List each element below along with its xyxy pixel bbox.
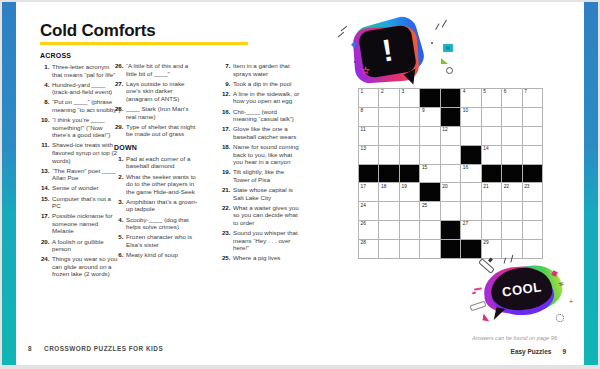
grid-cell-black [502,165,521,183]
clue-text: Glove like the one a baseball catcher we… [233,125,301,140]
grid-cell[interactable] [441,165,460,183]
clue-text: Type of shelter that might be made out o… [126,123,200,138]
grid-cell-black [441,89,460,107]
clue-number: 5. [114,233,124,248]
clue-text: Scooby-____ (dog that helps solve crimes… [126,216,200,231]
grid-cell[interactable]: 7 [523,89,542,107]
clue-number: 9. [221,80,231,88]
clue-item: 25.Where a pig lives [221,254,301,262]
dash-icon [474,287,482,290]
clue-item: 19.Tilt slightly, like the Tower of Pisa [221,168,301,183]
grid-cell[interactable] [502,146,521,164]
clue-list-heading: DOWN [114,144,200,151]
grid-cell[interactable] [379,221,398,239]
triangle-icon [482,313,490,321]
grid-cell[interactable] [523,202,542,220]
grid-cell[interactable] [482,221,501,239]
sparkle-line-icon [510,255,513,263]
grid-cell[interactable]: 2 [379,89,398,107]
clue-text: What a waiter gives you so you can decid… [233,204,301,227]
grid-cell-black [420,183,439,201]
clue-text: Sense of wonder [52,184,98,192]
clue-item: 10.“I think you’re ____ something!” (“No… [40,116,121,139]
grid-cell-black [482,165,501,183]
page-number-left: 8 [28,345,32,352]
cool-text: COOL [501,279,542,299]
grid-cell[interactable] [482,127,501,145]
grid-cell[interactable] [523,108,542,126]
grid-cell[interactable] [379,202,398,220]
clue-text: Where a pig lives [233,254,280,262]
grid-cell[interactable] [523,146,542,164]
triangle-icon [441,58,448,64]
grid-cell[interactable]: 1 [359,89,378,107]
grid-cell-black [379,165,398,183]
clue-item: 22.What a waiter gives you so you can de… [221,204,301,227]
grid-cell-black [461,146,480,164]
clue-number: 16. [221,108,231,123]
answers-note: Answers can be found on page 96 [472,335,557,341]
clue-item: 13.“The Raven” poet ____ Allan Poe [40,167,121,182]
grid-cell[interactable]: 3 [400,89,419,107]
clue-item: 16.Chit-____ (word meaning “casual talk”… [221,108,301,123]
envelope-icon: M [443,44,453,52]
grid-cell[interactable] [379,127,398,145]
grid-cell[interactable] [379,240,398,258]
grid-cell[interactable] [523,221,542,239]
clue-number: 11. [40,141,50,164]
book-title: CROSSWORD PUZZLES FOR KIDS [44,345,163,352]
footer-right: Easy Puzzles9 [511,348,566,355]
clue-text: Computer that’s not a PC [52,195,121,210]
clue-number: 7. [221,62,231,77]
sparkle-line-icon [340,26,347,32]
clue-number: 17. [221,125,231,140]
grid-cell[interactable]: 25 [420,202,439,220]
clue-item: 4.Hundred-yard ____ (track-and-field eve… [40,81,121,96]
grid-cell[interactable]: 19 [400,183,419,201]
grid-cell[interactable]: 13 [359,146,378,164]
grid-cell[interactable] [461,183,480,201]
clue-text: Name for sound coming back to you, like … [233,143,301,166]
clue-item: 2.What the seeker wants to do to the oth… [114,173,200,196]
grid-cell[interactable]: 14 [482,146,501,164]
grid-cell[interactable] [502,127,521,145]
clue-text: Sound you whisper that means “Hey . . . … [233,229,301,252]
grid-cell[interactable] [482,108,501,126]
dash-icon [472,292,476,294]
grid-cell[interactable]: 28 [359,240,378,258]
clue-item: 14.Sense of wonder [40,184,121,192]
grid-cell[interactable]: 15 [420,165,439,183]
title-underline [40,42,248,45]
grid-cell[interactable] [420,127,439,145]
grid-cell[interactable]: 6 [502,89,521,107]
pencil-tip-icon [488,258,493,263]
clue-item: 3.Amphibian that’s a grown-up tadpole [114,198,200,213]
grid-cell[interactable]: 22 [502,183,521,201]
clue-text: What the seeker wants to do to the other… [126,173,200,196]
clue-text: Amphibian that’s a grown-up tadpole [126,198,200,213]
grid-cell[interactable] [400,221,419,239]
clue-number: 27. [114,80,124,103]
sparkle-line-icon [504,258,507,264]
grid-cell[interactable] [400,240,419,258]
clue-item: 26.“A little bit of this and a little bi… [114,62,200,77]
clue-item: 12.A line in the sidewalk, or how you op… [221,90,301,105]
clue-item: 15.Computer that’s not a PC [40,195,121,210]
clue-item: 20.A foolish or gullible person [40,238,121,253]
clue-number: 17. [40,212,50,235]
clue-list-heading: ACROSS [40,52,121,59]
dot-icon [431,42,433,44]
squiggle-icon: ≈ [558,280,565,290]
clue-text: Pad at each corner of a baseball diamond [126,155,200,170]
clue-item: 28.____ Stark (Iron Man’s real name) [114,105,200,120]
clue-column-2: 26.“A little bit of this and a little bi… [114,62,200,261]
grid-cell[interactable] [379,146,398,164]
section-label: Easy Puzzles [511,348,552,355]
grid-cell[interactable] [502,221,521,239]
clue-item: 18.Name for sound coming back to you, li… [221,143,301,166]
clue-number: 8. [40,98,50,113]
clue-text: Meaty kind of soup [126,251,178,259]
clue-number: 19. [221,168,231,183]
grid-cell[interactable]: 9 [420,108,439,126]
clue-number: 28. [114,105,124,120]
clue-text: “Put on ____” (phrase meaning “to act sn… [52,98,121,113]
clue-number: 15. [40,195,50,210]
clue-text: State whose capital is Salt Lake City [233,186,301,201]
clue-text: A foolish or gullible person [52,238,121,253]
clue-number: 25. [221,254,231,262]
grid-cell[interactable] [400,108,419,126]
grid-cell[interactable] [461,127,480,145]
clue-item: 17.Glove like the one a baseball catcher… [221,125,301,140]
clue-item: 23.Sound you whisper that means “Hey . .… [221,229,301,252]
grid-cell-black [400,165,419,183]
clue-item: 7.Item in a garden that sprays water [221,62,301,77]
grid-cell[interactable] [400,146,419,164]
grid-cell[interactable]: 18 [379,183,398,201]
grid-cell-black [441,221,460,239]
clue-item: 1.Pad at each corner of a baseball diamo… [114,155,200,170]
clue-number: 6. [114,251,124,259]
grid-cell[interactable] [420,240,439,258]
sparkle-line-icon [442,19,448,27]
grid-cell[interactable] [502,108,521,126]
clue-number: 20. [40,238,50,253]
grid-cell[interactable]: 16 [461,165,480,183]
grid-cell[interactable] [420,221,439,239]
clue-number: 4. [114,216,124,231]
grid-cell-black [523,165,542,183]
clue-item: 24.Things you wear so you can glide arou… [40,255,121,278]
clue-text: Item in a garden that sprays water [233,62,301,77]
clue-item: 17.Possible nickname for someone named M… [40,212,121,235]
clue-number: 18. [221,143,231,166]
clue-number: 14. [40,184,50,192]
clue-text: Tilt slightly, like the Tower of Pisa [233,168,301,183]
grid-cell[interactable]: 26 [359,221,378,239]
clue-number: 29. [114,123,124,138]
clue-item: 27.Lays outside to make one’s skin darke… [114,80,200,103]
clue-number: 23. [221,229,231,252]
grid-cell[interactable] [400,127,419,145]
clue-number: 2. [114,173,124,196]
grid-cell[interactable] [461,202,480,220]
exclamation-bubble-graphic: ! ◆ ☆ M [337,14,459,96]
cool-speech-bubble: COOL ≈ + [464,256,586,336]
pencil-icon [478,258,495,274]
grid-cell-black [441,108,460,126]
grid-cell[interactable]: 24 [359,202,378,220]
diamond-icon: ◆ [351,40,358,49]
clue-number: 3. [114,198,124,213]
grid-cell[interactable]: 17 [359,183,378,201]
crossword-grid: 1234567891011121314151617181920212223242… [358,88,543,259]
clue-number: 22. [221,204,231,227]
star-icon: ☆ [361,66,370,76]
exclamation-mark: ! [379,32,395,69]
left-edge-stripe [2,2,16,365]
grid-cell[interactable] [482,202,501,220]
sparkle-line-icon [337,32,344,38]
clue-text: Shaved-ice treats with flavored syrup on… [52,141,121,164]
clue-text: “A little bit of this and a little bit o… [126,62,200,77]
clue-item: 1.Three-letter acronym that means “pal f… [40,63,121,78]
clue-number: 12. [221,90,231,105]
clue-text: Things you wear so you can glide around … [52,255,121,278]
clue-text: “The Raven” poet ____ Allan Poe [52,167,121,182]
plus-icon: + [569,298,573,305]
clue-text: “I think you’re ____ something!” (“Now t… [52,116,121,139]
grid-cell[interactable] [400,202,419,220]
clue-item: 4.Scooby-____ (dog that helps solve crim… [114,216,200,231]
clue-text: Chit-____ (word meaning “casual talk”) [233,108,301,123]
dot-icon [354,61,356,63]
grid-cell[interactable] [379,108,398,126]
right-edge-stripe [584,2,598,365]
grid-cell[interactable]: 27 [461,221,480,239]
clue-text: Three-letter acronym that means “pal for… [52,63,121,78]
pencil-icon [469,301,486,312]
grid-cell[interactable] [441,146,460,164]
grid-cell[interactable]: 12 [441,127,460,145]
clue-item: 8.“Put on ____” (phrase meaning “to act … [40,98,121,113]
clue-number: 1. [114,155,124,170]
clue-text: Lays outside to make one’s skin darker (… [126,80,200,103]
clue-column-1: ACROSS1.Three-letter acronym that means … [40,52,121,281]
clue-column-3: 7.Item in a garden that sprays water9.To… [221,62,301,264]
clue-text: Hundred-yard ____ (track-and-field event… [52,81,121,96]
clue-item: 29.Type of shelter that might be made ou… [114,123,200,138]
clue-number: 26. [114,62,124,77]
puzzle-title: Cold Comforts [40,21,155,41]
clue-number: 10. [40,116,50,139]
grid-cell[interactable]: 21 [482,183,501,201]
grid-cell[interactable] [502,202,521,220]
clue-text: A line in the sidewalk, or how you open … [233,90,301,105]
grid-cell[interactable]: 20 [441,183,460,201]
clue-text: Frozen character who is Elsa’s sister [126,233,200,248]
grid-cell[interactable]: 4 [461,89,480,107]
book-spread: Cold Comforts ACROSS1.Three-letter acron… [2,2,598,365]
dotted-circle-icon [556,314,564,322]
circle-icon [446,67,453,74]
clue-text: ____ Stark (Iron Man’s real name) [126,105,200,120]
grid-cell-black [441,240,460,258]
grid-cell[interactable] [523,127,542,145]
clue-item: 9.Took a dip in the pool [221,80,301,88]
clue-number: 24. [40,255,50,278]
grid-cell[interactable]: 8 [359,108,378,126]
grid-cell[interactable] [420,146,439,164]
grid-cell[interactable]: 11 [359,127,378,145]
clue-number: 1. [40,63,50,78]
clue-item: 11.Shaved-ice treats with flavored syrup… [40,141,121,164]
bubble-tail-icon [494,307,506,322]
grid-cell[interactable] [441,202,460,220]
grid-cell-black [420,89,439,107]
sparkle-line-icon [435,23,440,30]
page-number-right: 9 [562,348,566,355]
clue-number: 21. [221,186,231,201]
grid-cell-black [359,165,378,183]
clue-number: 13. [40,167,50,182]
grid-cell[interactable]: 10 [461,108,480,126]
clue-item: 21.State whose capital is Salt Lake City [221,186,301,201]
clue-item: 6.Meaty kind of soup [114,251,200,259]
clue-item: 5.Frozen character who is Elsa’s sister [114,233,200,248]
grid-cell[interactable]: 5 [482,89,501,107]
clue-text: Possible nickname for someone named Mela… [52,212,121,235]
clue-number: 4. [40,81,50,96]
clue-text: Took a dip in the pool [233,80,291,88]
grid-cell[interactable]: 23 [523,183,542,201]
footer-left: 8CROSSWORD PUZZLES FOR KIDS [28,345,163,352]
